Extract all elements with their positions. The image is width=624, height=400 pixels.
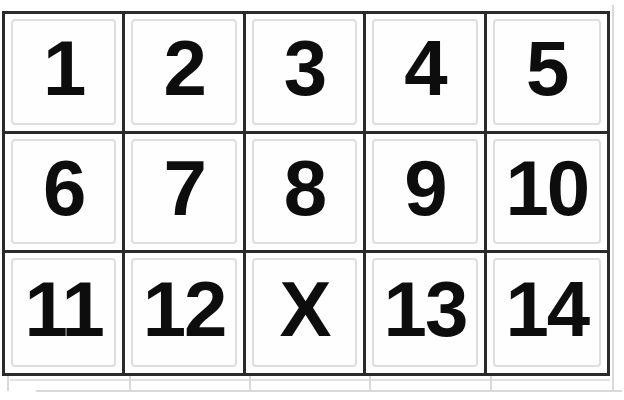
scan-ghost-line-bottom-upper [10,379,610,381]
tile-5[interactable]: 5 [487,14,607,134]
puzzle-board: 1 2 3 4 5 6 7 8 9 10 11 [2,11,610,376]
tile-label: 12 [143,270,226,348]
scan-ghost-stub [249,376,251,391]
tile-1[interactable]: 1 [5,14,125,134]
tile-label: 3 [284,29,325,107]
blank-label: X [279,270,329,348]
tile-6[interactable]: 6 [5,134,125,254]
tile-2[interactable]: 2 [125,14,245,134]
blank-tile[interactable]: X [246,253,366,373]
tile-10[interactable]: 10 [487,134,607,254]
tile-11[interactable]: 11 [5,253,125,373]
tile-label: 10 [505,149,588,227]
tile-label: 13 [384,270,467,348]
tile-label: 4 [404,29,445,107]
tile-label: 7 [163,149,204,227]
tile-label: 14 [505,270,588,348]
scan-ghost-stub [129,376,131,391]
tile-label: 1 [43,29,84,107]
tile-8[interactable]: 8 [246,134,366,254]
scan-ghost-stub [7,376,9,391]
tile-label: 6 [43,149,84,227]
page-background: 1 2 3 4 5 6 7 8 9 10 11 [0,0,624,400]
tile-label: 11 [24,270,102,348]
tile-13[interactable]: 13 [366,253,486,373]
tile-7[interactable]: 7 [125,134,245,254]
tile-label: 8 [284,149,325,227]
tile-3[interactable]: 3 [246,14,366,134]
scan-ghost-stub [490,376,492,391]
scan-ghost-line-bottom-lower [36,390,622,392]
scan-ghost-stub [369,376,371,391]
scan-ghost-line-right [612,5,614,391]
tile-label: 5 [526,29,567,107]
tile-label: 9 [404,149,445,227]
tile-9[interactable]: 9 [366,134,486,254]
tile-label: 2 [163,29,204,107]
tile-14[interactable]: 14 [487,253,607,373]
tile-4[interactable]: 4 [366,14,486,134]
tile-12[interactable]: 12 [125,253,245,373]
